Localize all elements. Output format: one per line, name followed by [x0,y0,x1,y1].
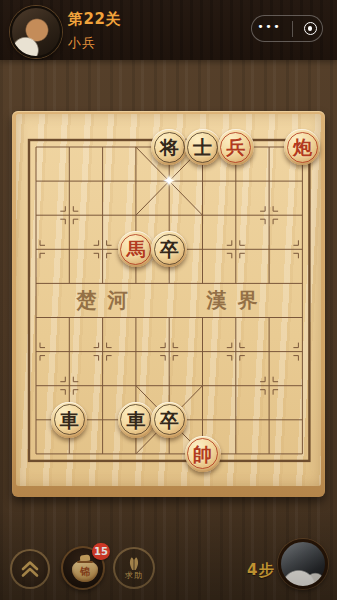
player-avatar[interactable] [10,6,62,58]
piece-glyph: 士 [185,129,221,165]
steps-counter: 4步 [247,561,274,580]
hint-bag-button[interactable]: 锦 15 [61,546,105,590]
last-move-marker: ✦ [163,174,176,189]
xiangqi-board[interactable]: 楚河 漢界 将士兵炮馬卒車車卒帥✦ [16,114,321,486]
collapse-button[interactable] [10,549,50,589]
more-menu-icon[interactable]: ••• [257,21,281,32]
xiangqi-app: 第22关 小兵 ••• 楚河 漢界 将士兵炮馬卒車車卒帥✦ 锦 15 [0,0,337,600]
piece-glyph: 車 [118,402,154,438]
ask-help-button[interactable]: 求助 [113,547,155,589]
piece-red-horse[interactable]: 馬 [118,231,154,267]
piece-black-pawn-2[interactable]: 卒 [151,402,187,438]
piece-red-pawn[interactable]: 兵 [218,129,254,165]
piece-red-cannon[interactable]: 炮 [284,129,320,165]
pieces-layer: 将士兵炮馬卒車車卒帥✦ [16,114,321,486]
double-chevron-up-icon [19,560,41,578]
piece-red-general[interactable]: 帥 [185,436,221,472]
piece-glyph: 卒 [151,231,187,267]
header-titles: 第22关 小兵 [68,12,121,49]
piece-black-general[interactable]: 将 [151,129,187,165]
piece-glyph: 帥 [185,436,221,472]
piece-black-advisor[interactable]: 士 [185,129,221,165]
minimize-icon[interactable] [304,22,317,35]
piece-glyph: 馬 [118,231,154,267]
opponent-avatar[interactable] [278,539,328,589]
piece-glyph: 兵 [218,129,254,165]
piece-black-pawn-1[interactable]: 卒 [151,231,187,267]
piece-black-rook-2[interactable]: 車 [118,402,154,438]
help-label: 求助 [125,572,143,580]
bag-character: 锦 [72,565,98,579]
money-bag-icon: 锦 [72,560,98,582]
board-panel: 楚河 漢界 将士兵炮馬卒車車卒帥✦ [12,111,325,497]
wechat-capsule: ••• [251,15,323,42]
level-title: 第22关 [68,12,121,27]
piece-black-rook-1[interactable]: 車 [51,402,87,438]
piece-glyph: 車 [51,402,87,438]
praying-hands-icon [125,556,143,571]
capsule-divider [292,21,293,37]
level-subtitle: 小兵 [68,36,121,49]
piece-glyph: 将 [151,129,187,165]
piece-glyph: 炮 [284,129,320,165]
header: 第22关 小兵 ••• [0,0,337,60]
piece-glyph: 卒 [151,402,187,438]
bag-count-badge: 15 [92,543,110,560]
